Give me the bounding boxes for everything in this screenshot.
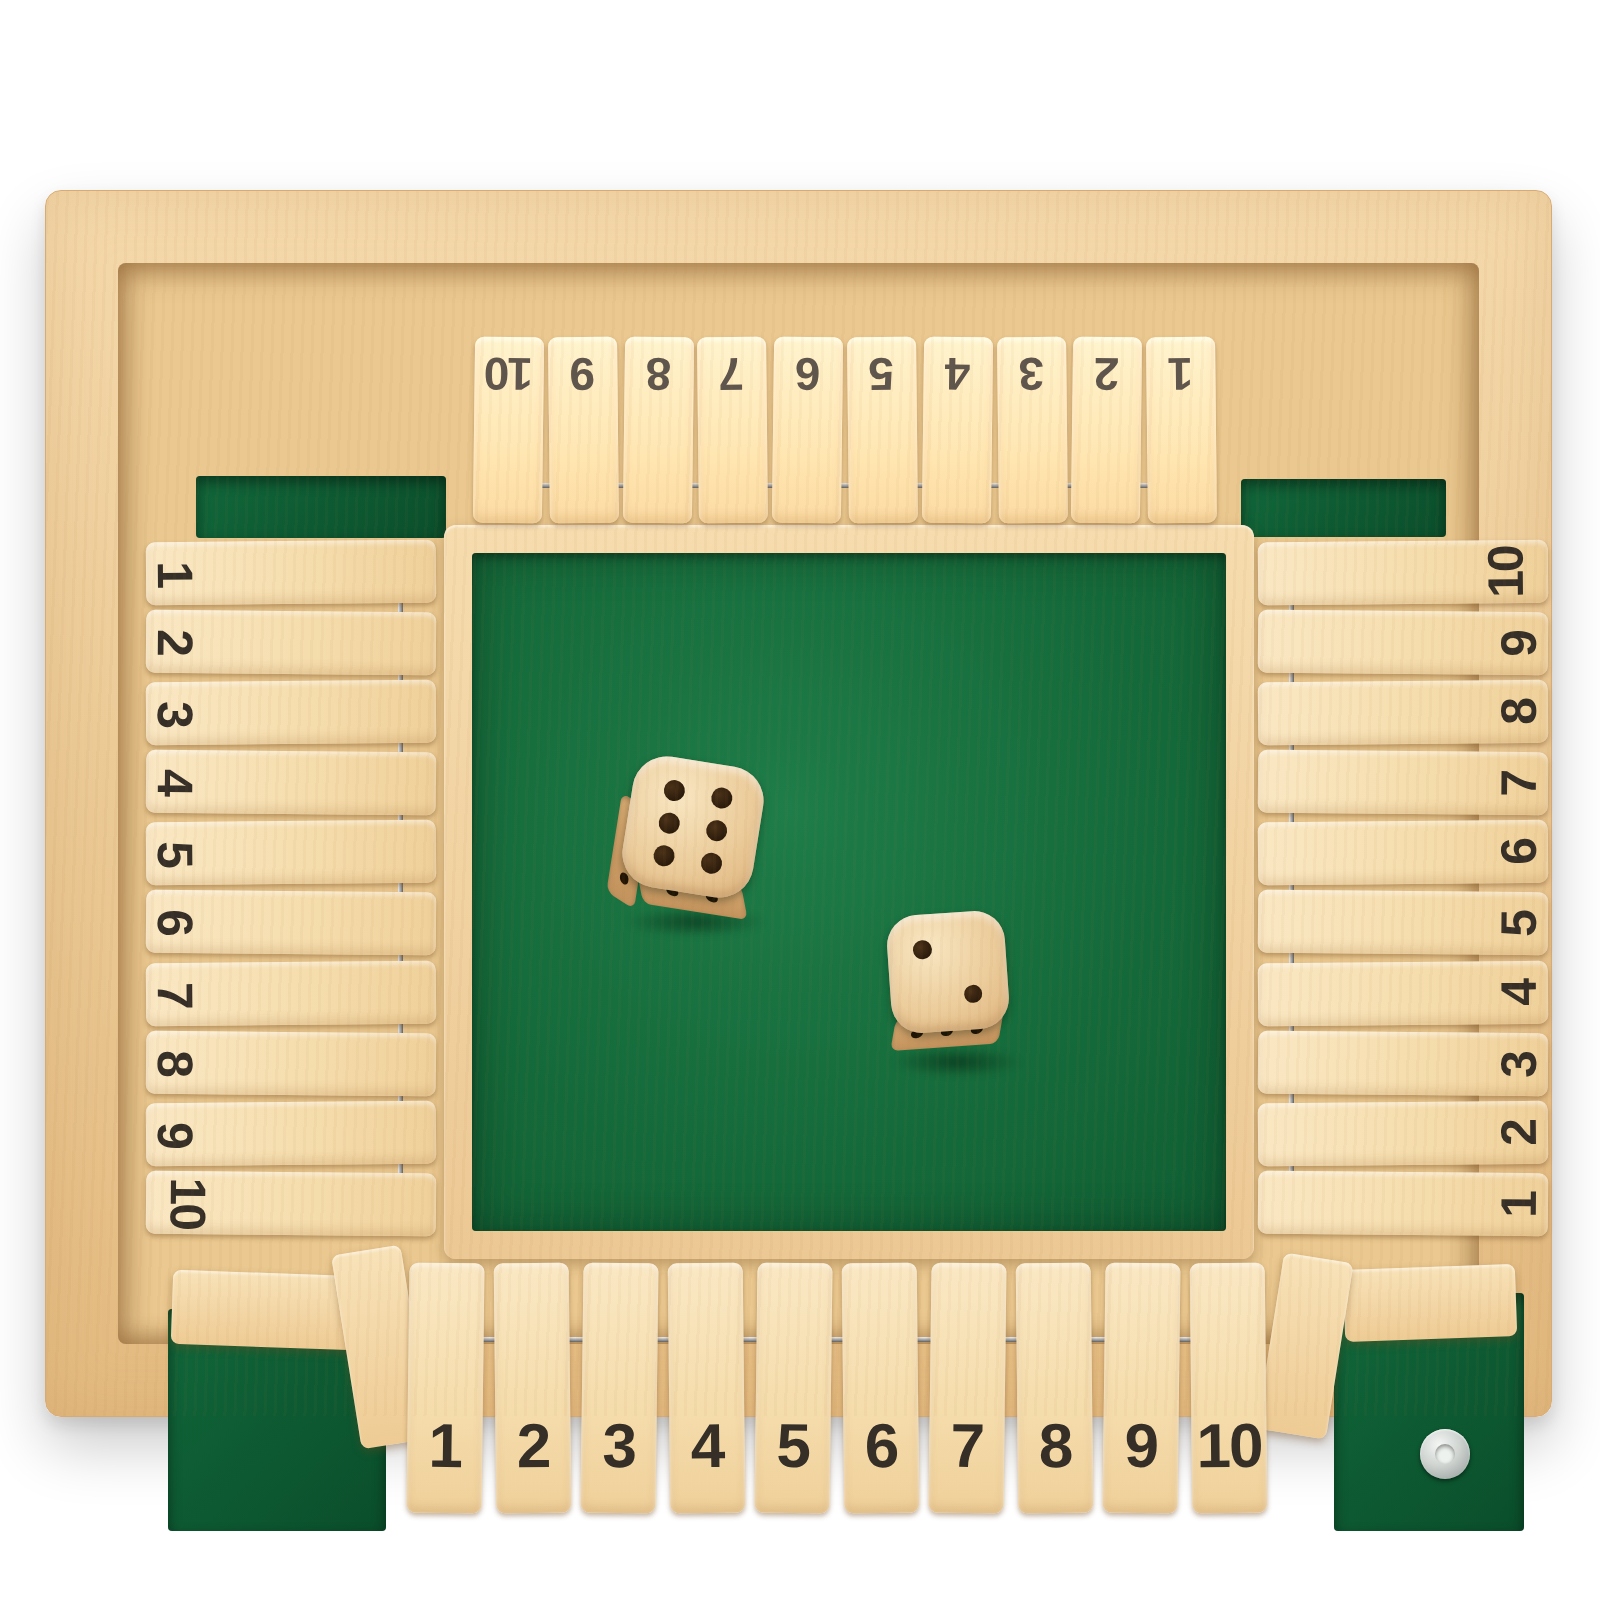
board: 10 9 8 7 6 5 4 3 2 1 1 2 3 4 5 6 7 8 9 1… bbox=[45, 190, 1552, 1417]
tile-north-7[interactable]: 7 bbox=[697, 337, 768, 524]
tile-number: 2 bbox=[517, 1415, 550, 1477]
grommet-hole bbox=[1435, 1444, 1455, 1464]
channel-end-block-west bbox=[171, 1270, 359, 1350]
tile-east-9[interactable]: 9 bbox=[1258, 610, 1549, 676]
tile-south-4[interactable]: 4 bbox=[668, 1263, 746, 1514]
tile-number: 3 bbox=[150, 701, 200, 727]
tile-number: 6 bbox=[1494, 839, 1544, 865]
tile-number: 9 bbox=[1124, 1415, 1157, 1477]
tile-east-8[interactable]: 8 bbox=[1258, 680, 1549, 746]
tile-south-10[interactable]: 10 bbox=[1190, 1263, 1268, 1514]
die-1[interactable] bbox=[611, 761, 773, 929]
tile-east-3[interactable]: 3 bbox=[1258, 1030, 1549, 1096]
tile-west-1[interactable]: 1 bbox=[146, 540, 437, 606]
tile-north-8[interactable]: 8 bbox=[622, 337, 693, 524]
tile-north-4[interactable]: 4 bbox=[922, 337, 993, 524]
tile-number: 1 bbox=[1169, 351, 1193, 397]
tile-number: 7 bbox=[1494, 771, 1544, 797]
tile-west-5[interactable]: 5 bbox=[146, 820, 437, 886]
tile-number: 8 bbox=[150, 1049, 200, 1075]
tile-west-6[interactable]: 6 bbox=[146, 890, 437, 956]
tile-row-south: 1 2 3 4 5 6 7 8 9 10 bbox=[408, 1263, 1266, 1513]
tile-number: 9 bbox=[150, 1121, 200, 1147]
tile-south-5[interactable]: 5 bbox=[754, 1263, 832, 1514]
tile-number: 6 bbox=[796, 351, 820, 397]
tile-number: 8 bbox=[1494, 699, 1544, 725]
tile-number: 3 bbox=[602, 1415, 635, 1477]
tile-east-6[interactable]: 6 bbox=[1258, 820, 1549, 886]
tile-number: 6 bbox=[865, 1415, 898, 1477]
tile-number: 4 bbox=[946, 351, 970, 397]
tile-number: 1 bbox=[1494, 1191, 1544, 1217]
tile-west-2[interactable]: 2 bbox=[146, 610, 437, 676]
tile-number: 3 bbox=[1019, 351, 1043, 397]
tile-number: 5 bbox=[776, 1415, 809, 1477]
tile-number: 5 bbox=[870, 351, 894, 397]
tile-west-7[interactable]: 7 bbox=[146, 960, 437, 1026]
tile-number: 4 bbox=[150, 769, 200, 795]
channel-end-block-east bbox=[1343, 1264, 1517, 1342]
tile-east-10[interactable]: 10 bbox=[1258, 540, 1549, 606]
tile-number: 2 bbox=[1095, 351, 1119, 397]
tile-number: 9 bbox=[1494, 631, 1544, 657]
product-photo-stage: 10 9 8 7 6 5 4 3 2 1 1 2 3 4 5 6 7 8 9 1… bbox=[0, 0, 1600, 1600]
tile-number: 6 bbox=[150, 909, 200, 935]
tile-west-9[interactable]: 9 bbox=[146, 1100, 437, 1166]
corner-felt-top-right bbox=[1241, 479, 1446, 537]
tile-number: 1 bbox=[428, 1415, 461, 1477]
tile-number: 10 bbox=[485, 351, 533, 398]
tile-number: 10 bbox=[1481, 546, 1531, 598]
tile-number: 2 bbox=[1494, 1119, 1544, 1145]
tile-west-10[interactable]: 10 bbox=[146, 1171, 437, 1237]
die-1-top-face-six bbox=[617, 751, 768, 902]
tile-south-9[interactable]: 9 bbox=[1102, 1263, 1180, 1514]
tile-number: 10 bbox=[1196, 1415, 1262, 1478]
tile-south-6[interactable]: 6 bbox=[842, 1263, 920, 1514]
tile-south-2[interactable]: 2 bbox=[494, 1263, 572, 1514]
tile-east-5[interactable]: 5 bbox=[1258, 890, 1549, 956]
tile-number: 5 bbox=[1494, 911, 1544, 937]
tile-west-3[interactable]: 3 bbox=[146, 680, 437, 746]
tile-north-5[interactable]: 5 bbox=[847, 337, 918, 524]
tile-number: 1 bbox=[150, 560, 200, 586]
tile-north-10[interactable]: 10 bbox=[473, 337, 544, 524]
tile-south-8[interactable]: 8 bbox=[1016, 1263, 1094, 1514]
tile-number: 7 bbox=[950, 1415, 983, 1477]
tile-north-3[interactable]: 3 bbox=[997, 337, 1068, 524]
tile-east-4[interactable]: 4 bbox=[1258, 960, 1549, 1026]
tile-number: 8 bbox=[1039, 1415, 1072, 1477]
die-2[interactable] bbox=[879, 913, 1029, 1069]
tile-number: 8 bbox=[647, 351, 671, 397]
tile-number: 7 bbox=[150, 981, 200, 1007]
tile-number: 5 bbox=[150, 841, 200, 867]
corner-felt-top-left bbox=[196, 476, 446, 538]
tile-number: 7 bbox=[720, 351, 744, 397]
tile-south-7[interactable]: 7 bbox=[928, 1263, 1006, 1514]
tile-row-north: 10 9 8 7 6 5 4 3 2 1 bbox=[474, 337, 1216, 523]
tile-north-1[interactable]: 1 bbox=[1146, 337, 1217, 524]
die-shadow bbox=[891, 1047, 1023, 1077]
tile-number: 2 bbox=[150, 629, 200, 655]
tile-west-4[interactable]: 4 bbox=[146, 750, 437, 816]
tile-number: 3 bbox=[1494, 1051, 1544, 1077]
tile-north-6[interactable]: 6 bbox=[772, 337, 843, 524]
tile-north-9[interactable]: 9 bbox=[548, 337, 619, 524]
tile-number: 9 bbox=[571, 351, 595, 397]
tile-column-east: 10 9 8 7 6 5 4 3 2 1 bbox=[1258, 541, 1548, 1235]
tile-number: 10 bbox=[163, 1176, 213, 1228]
tile-east-1[interactable]: 1 bbox=[1258, 1171, 1549, 1237]
tile-south-3[interactable]: 3 bbox=[580, 1263, 658, 1514]
tile-south-1[interactable]: 1 bbox=[406, 1263, 484, 1514]
tile-west-8[interactable]: 8 bbox=[146, 1030, 437, 1096]
die-2-top-face-two bbox=[885, 909, 1011, 1035]
tile-column-west: 1 2 3 4 5 6 7 8 9 10 bbox=[146, 541, 436, 1235]
tile-number: 4 bbox=[691, 1415, 724, 1477]
tile-number: 4 bbox=[1494, 979, 1544, 1005]
tile-east-7[interactable]: 7 bbox=[1258, 750, 1549, 816]
center-rail-frame bbox=[444, 525, 1254, 1259]
tile-north-2[interactable]: 2 bbox=[1071, 337, 1142, 524]
tile-east-2[interactable]: 2 bbox=[1258, 1100, 1549, 1166]
center-felt bbox=[472, 553, 1226, 1231]
metal-grommet bbox=[1420, 1429, 1470, 1479]
